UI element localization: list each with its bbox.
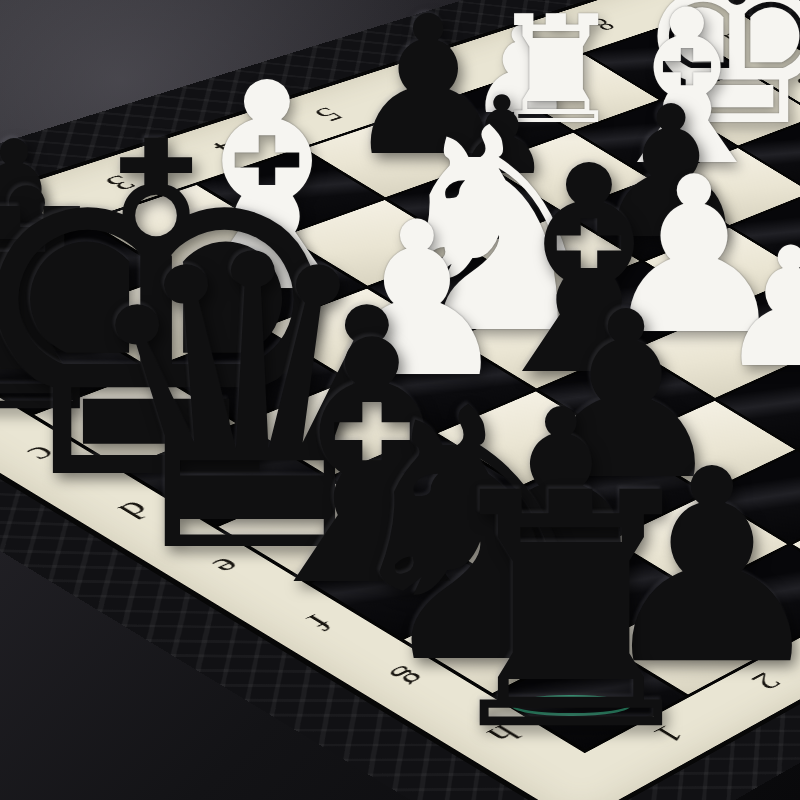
piece-black-rook-h1[interactable]: ♜ — [409, 451, 733, 775]
pieces-layer: ♟♚♜♟♝♟♟♟♝♞♟♟♝♟♟♜♚♟♛♟♝♞♟♜ — [0, 0, 800, 800]
product-photo-stage: aabbccddeeffgghh1122334455667788 ♟♚♜♟♝♟♟… — [0, 0, 800, 800]
